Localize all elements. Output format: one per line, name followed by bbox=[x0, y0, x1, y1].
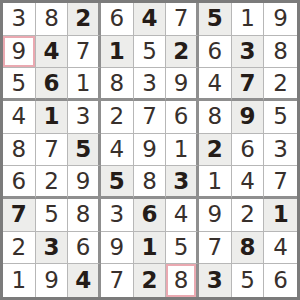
cell-r3c8[interactable]: 7 bbox=[232, 68, 265, 101]
sudoku-board: 3826475199471526385618394724132768958754… bbox=[0, 0, 300, 300]
cell-r4c5[interactable]: 7 bbox=[134, 101, 167, 134]
cell-r2c5[interactable]: 5 bbox=[134, 36, 167, 69]
cell-r8c7[interactable]: 7 bbox=[199, 232, 232, 265]
cell-r1c5[interactable]: 4 bbox=[134, 3, 167, 36]
cell-r1c2[interactable]: 8 bbox=[36, 3, 69, 36]
cell-r1c3[interactable]: 2 bbox=[68, 3, 101, 36]
cell-r6c8[interactable]: 4 bbox=[232, 166, 265, 199]
cell-r8c6[interactable]: 5 bbox=[166, 232, 199, 265]
cell-r3c5[interactable]: 3 bbox=[134, 68, 167, 101]
cell-r1c4[interactable]: 6 bbox=[101, 3, 134, 36]
cell-r7c5[interactable]: 6 bbox=[134, 199, 167, 232]
cell-r5c3[interactable]: 5 bbox=[68, 134, 101, 167]
cell-r9c5[interactable]: 2 bbox=[134, 264, 167, 297]
cell-r2c1[interactable]: 9 bbox=[3, 36, 36, 69]
cell-r2c7[interactable]: 6 bbox=[199, 36, 232, 69]
cell-r6c4[interactable]: 5 bbox=[101, 166, 134, 199]
cell-r7c8[interactable]: 2 bbox=[232, 199, 265, 232]
cell-r9c6[interactable]: 8 bbox=[166, 264, 199, 297]
cell-r4c3[interactable]: 3 bbox=[68, 101, 101, 134]
cell-r7c7[interactable]: 9 bbox=[199, 199, 232, 232]
cell-r5c4[interactable]: 4 bbox=[101, 134, 134, 167]
cell-r1c7[interactable]: 5 bbox=[199, 3, 232, 36]
cell-r3c3[interactable]: 1 bbox=[68, 68, 101, 101]
cell-r3c6[interactable]: 9 bbox=[166, 68, 199, 101]
cell-r5c9[interactable]: 3 bbox=[264, 134, 297, 167]
cell-r3c2[interactable]: 6 bbox=[36, 68, 69, 101]
cell-r1c9[interactable]: 9 bbox=[264, 3, 297, 36]
cell-r4c9[interactable]: 5 bbox=[264, 101, 297, 134]
cell-r2c2[interactable]: 4 bbox=[36, 36, 69, 69]
cell-r4c7[interactable]: 8 bbox=[199, 101, 232, 134]
cell-r9c1[interactable]: 1 bbox=[3, 264, 36, 297]
cell-r7c1[interactable]: 7 bbox=[3, 199, 36, 232]
cell-r1c8[interactable]: 1 bbox=[232, 3, 265, 36]
cell-r5c6[interactable]: 1 bbox=[166, 134, 199, 167]
cell-r2c9[interactable]: 8 bbox=[264, 36, 297, 69]
cell-r8c3[interactable]: 6 bbox=[68, 232, 101, 265]
cell-r9c2[interactable]: 9 bbox=[36, 264, 69, 297]
cell-r8c1[interactable]: 2 bbox=[3, 232, 36, 265]
cell-r5c1[interactable]: 8 bbox=[3, 134, 36, 167]
cell-r6c1[interactable]: 6 bbox=[3, 166, 36, 199]
cell-r9c9[interactable]: 6 bbox=[264, 264, 297, 297]
cell-r9c3[interactable]: 4 bbox=[68, 264, 101, 297]
cell-r4c8[interactable]: 9 bbox=[232, 101, 265, 134]
cell-r1c1[interactable]: 3 bbox=[3, 3, 36, 36]
cell-r4c1[interactable]: 4 bbox=[3, 101, 36, 134]
cell-r4c2[interactable]: 1 bbox=[36, 101, 69, 134]
cell-r7c4[interactable]: 3 bbox=[101, 199, 134, 232]
cell-r7c2[interactable]: 5 bbox=[36, 199, 69, 232]
cell-r2c3[interactable]: 7 bbox=[68, 36, 101, 69]
cell-r2c4[interactable]: 1 bbox=[101, 36, 134, 69]
cell-r5c8[interactable]: 6 bbox=[232, 134, 265, 167]
cell-r1c6[interactable]: 7 bbox=[166, 3, 199, 36]
cell-r2c6[interactable]: 2 bbox=[166, 36, 199, 69]
cell-r5c2[interactable]: 7 bbox=[36, 134, 69, 167]
cell-r9c8[interactable]: 5 bbox=[232, 264, 265, 297]
cell-r7c9[interactable]: 1 bbox=[264, 199, 297, 232]
cell-r6c7[interactable]: 1 bbox=[199, 166, 232, 199]
cell-r8c4[interactable]: 9 bbox=[101, 232, 134, 265]
cell-r9c7[interactable]: 3 bbox=[199, 264, 232, 297]
cell-r8c5[interactable]: 1 bbox=[134, 232, 167, 265]
cell-r6c5[interactable]: 8 bbox=[134, 166, 167, 199]
cell-r5c7[interactable]: 2 bbox=[199, 134, 232, 167]
cell-r3c7[interactable]: 4 bbox=[199, 68, 232, 101]
cell-r7c3[interactable]: 8 bbox=[68, 199, 101, 232]
cell-r7c6[interactable]: 4 bbox=[166, 199, 199, 232]
cell-r2c8[interactable]: 3 bbox=[232, 36, 265, 69]
cell-r3c9[interactable]: 2 bbox=[264, 68, 297, 101]
cell-r3c4[interactable]: 8 bbox=[101, 68, 134, 101]
cell-r4c6[interactable]: 6 bbox=[166, 101, 199, 134]
cell-r3c1[interactable]: 5 bbox=[3, 68, 36, 101]
cell-r6c3[interactable]: 9 bbox=[68, 166, 101, 199]
cell-r4c4[interactable]: 2 bbox=[101, 101, 134, 134]
cell-r8c2[interactable]: 3 bbox=[36, 232, 69, 265]
cell-r6c6[interactable]: 3 bbox=[166, 166, 199, 199]
cell-r6c9[interactable]: 7 bbox=[264, 166, 297, 199]
cell-r8c9[interactable]: 4 bbox=[264, 232, 297, 265]
cell-r6c2[interactable]: 2 bbox=[36, 166, 69, 199]
cell-r9c4[interactable]: 7 bbox=[101, 264, 134, 297]
cell-r8c8[interactable]: 8 bbox=[232, 232, 265, 265]
cell-r5c5[interactable]: 9 bbox=[134, 134, 167, 167]
